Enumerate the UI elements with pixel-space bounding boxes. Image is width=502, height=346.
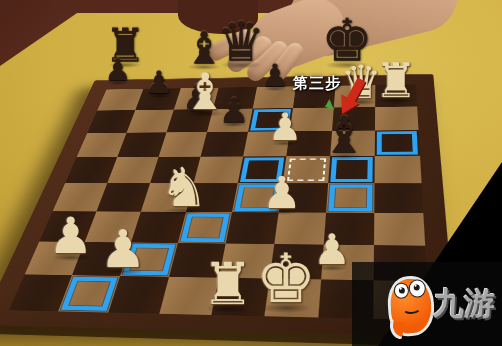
white-pawn-b2[interactable]: ♟	[97, 223, 149, 275]
black-pawn-e7[interactable]: ♟	[260, 60, 291, 91]
white-pawn-a2[interactable]: ♟	[46, 211, 96, 261]
square-g4[interactable]	[326, 183, 374, 213]
square-h5[interactable]	[375, 156, 422, 184]
game-screen: ♜♟♟♝♛♟♟♟♚♝♛♜♟♟♞♟♟♜♚♟♝ 第三步 九游	[0, 0, 502, 346]
white-pawn-e5[interactable]: ♟	[266, 108, 304, 146]
black-pawn-d6[interactable]: ♟	[217, 93, 251, 127]
square-h6[interactable]	[375, 130, 420, 156]
white-king-e1[interactable]: ♚	[252, 245, 320, 313]
square-d6[interactable]	[201, 132, 249, 157]
tutorial-arrow-icon	[330, 78, 370, 122]
square-h3[interactable]	[374, 213, 425, 246]
black-pawn-b7[interactable]: ♟	[144, 67, 175, 98]
square-h7[interactable]	[375, 106, 419, 130]
square-c6[interactable]	[159, 132, 207, 157]
mascot-right-eye	[408, 279, 426, 298]
black-pawn-a7[interactable]: ♟	[103, 55, 133, 85]
white-rook-h7[interactable]: ♜	[372, 56, 420, 104]
white-pawn-e3[interactable]: ♟	[260, 171, 304, 215]
square-h4[interactable]	[374, 183, 423, 213]
white-knight-c3[interactable]: ♞	[157, 161, 211, 215]
watermark-logo-text: 九游	[432, 283, 496, 325]
mascot-left-eye	[393, 282, 409, 299]
white-rook-d1[interactable]: ♜	[199, 255, 257, 313]
mascot-mouth	[402, 302, 422, 314]
